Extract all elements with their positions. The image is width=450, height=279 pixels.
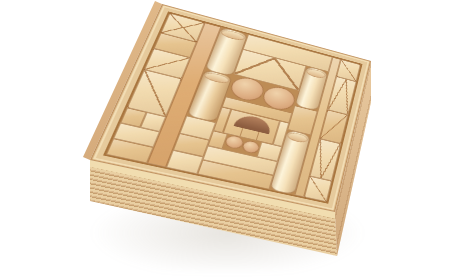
- wooden-blocks-photo: [0, 0, 450, 279]
- block-square: [304, 176, 332, 202]
